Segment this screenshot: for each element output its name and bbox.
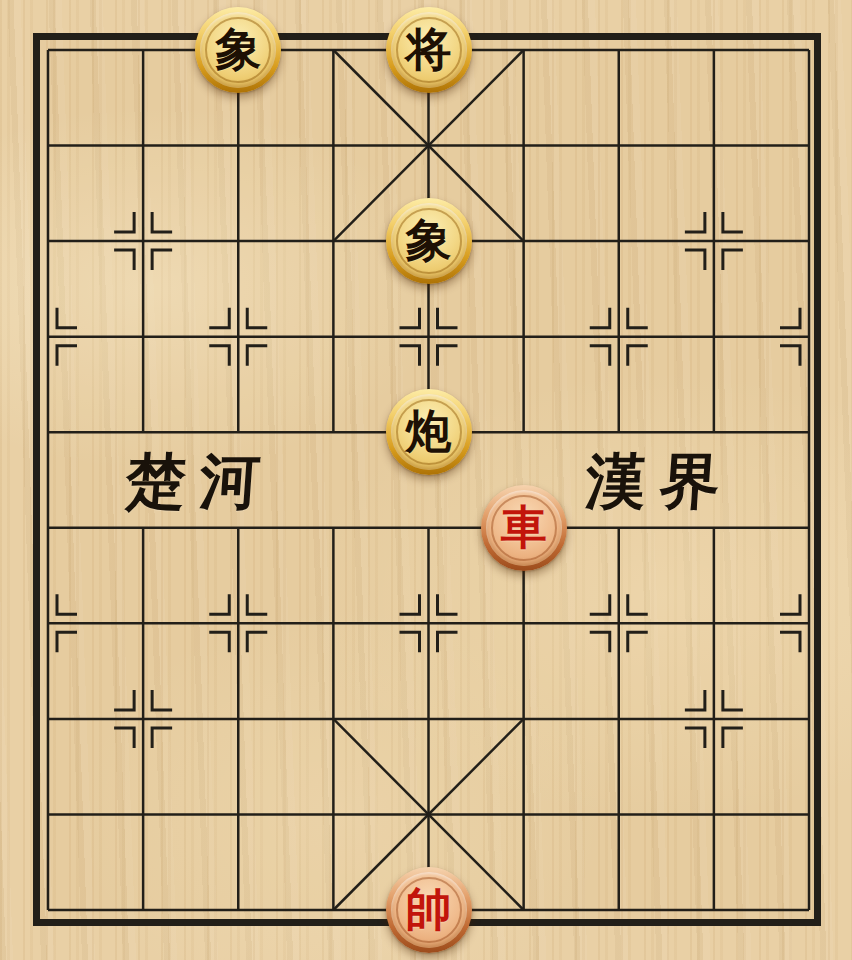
point-8-6[interactable] (762, 575, 852, 671)
point-6-2[interactable] (571, 193, 666, 289)
point-2-3[interactable] (191, 289, 286, 385)
point-8-7[interactable] (762, 671, 852, 767)
point-6-5[interactable] (571, 480, 666, 576)
point-1-9[interactable] (96, 862, 191, 958)
point-3-8[interactable] (286, 767, 381, 863)
point-0-1[interactable] (1, 98, 96, 194)
point-1-5[interactable] (96, 480, 191, 576)
point-8-9[interactable] (762, 862, 852, 958)
point-6-6[interactable] (571, 575, 666, 671)
piece-glyph: 象 (195, 7, 281, 93)
point-5-0[interactable] (476, 2, 571, 98)
point-0-6[interactable] (1, 575, 96, 671)
point-8-4[interactable] (762, 384, 852, 480)
xiangqi-board: 楚河 漢界 象将象炮車帥 (0, 0, 852, 960)
point-0-3[interactable] (1, 289, 96, 385)
point-1-8[interactable] (96, 767, 191, 863)
point-6-7[interactable] (571, 671, 666, 767)
point-2-2[interactable] (191, 193, 286, 289)
point-7-5[interactable] (666, 480, 761, 576)
point-3-9[interactable] (286, 862, 381, 958)
piece-black-general[interactable]: 将 (386, 7, 472, 93)
point-2-4[interactable] (191, 384, 286, 480)
point-5-3[interactable] (476, 289, 571, 385)
point-8-5[interactable] (762, 480, 852, 576)
point-7-4[interactable] (666, 384, 761, 480)
point-4-1[interactable] (381, 98, 476, 194)
point-7-8[interactable] (666, 767, 761, 863)
point-6-4[interactable] (571, 384, 666, 480)
point-3-6[interactable] (286, 575, 381, 671)
point-3-2[interactable] (286, 193, 381, 289)
point-1-4[interactable] (96, 384, 191, 480)
point-7-9[interactable] (666, 862, 761, 958)
point-3-7[interactable] (286, 671, 381, 767)
point-7-7[interactable] (666, 671, 761, 767)
point-1-6[interactable] (96, 575, 191, 671)
point-4-0[interactable]: 将 (381, 2, 476, 98)
point-2-1[interactable] (191, 98, 286, 194)
point-6-9[interactable] (571, 862, 666, 958)
point-2-0[interactable]: 象 (191, 2, 286, 98)
point-3-5[interactable] (286, 480, 381, 576)
piece-glyph: 炮 (386, 389, 472, 475)
piece-black-cannon[interactable]: 炮 (386, 389, 472, 475)
point-1-2[interactable] (96, 193, 191, 289)
point-2-6[interactable] (191, 575, 286, 671)
point-4-6[interactable] (381, 575, 476, 671)
point-8-3[interactable] (762, 289, 852, 385)
piece-red-chariot[interactable]: 車 (481, 485, 567, 571)
point-5-8[interactable] (476, 767, 571, 863)
point-0-5[interactable] (1, 480, 96, 576)
point-4-5[interactable] (381, 480, 476, 576)
point-6-8[interactable] (571, 767, 666, 863)
point-0-0[interactable] (1, 2, 96, 98)
piece-glyph: 帥 (386, 867, 472, 953)
point-4-2[interactable]: 象 (381, 193, 476, 289)
point-8-2[interactable] (762, 193, 852, 289)
piece-black-elephant[interactable]: 象 (386, 198, 472, 284)
point-5-9[interactable] (476, 862, 571, 958)
point-8-0[interactable] (762, 2, 852, 98)
point-4-7[interactable] (381, 671, 476, 767)
point-0-9[interactable] (1, 862, 96, 958)
piece-glyph: 車 (481, 485, 567, 571)
point-2-7[interactable] (191, 671, 286, 767)
point-3-1[interactable] (286, 98, 381, 194)
point-1-0[interactable] (96, 2, 191, 98)
point-7-1[interactable] (666, 98, 761, 194)
point-0-7[interactable] (1, 671, 96, 767)
point-7-2[interactable] (666, 193, 761, 289)
piece-black-elephant[interactable]: 象 (195, 7, 281, 93)
point-3-3[interactable] (286, 289, 381, 385)
point-6-1[interactable] (571, 98, 666, 194)
point-8-1[interactable] (762, 98, 852, 194)
point-7-3[interactable] (666, 289, 761, 385)
point-5-1[interactable] (476, 98, 571, 194)
point-6-3[interactable] (571, 289, 666, 385)
point-5-6[interactable] (476, 575, 571, 671)
point-5-5[interactable]: 車 (476, 480, 571, 576)
piece-glyph: 将 (386, 7, 472, 93)
point-4-3[interactable] (381, 289, 476, 385)
point-4-8[interactable] (381, 767, 476, 863)
point-7-0[interactable] (666, 2, 761, 98)
point-4-9[interactable]: 帥 (381, 862, 476, 958)
point-0-4[interactable] (1, 384, 96, 480)
point-2-5[interactable] (191, 480, 286, 576)
point-5-7[interactable] (476, 671, 571, 767)
point-2-9[interactable] (191, 862, 286, 958)
intersection-grid: 象将象炮車帥 (1, 2, 852, 957)
point-2-8[interactable] (191, 767, 286, 863)
point-4-4[interactable]: 炮 (381, 384, 476, 480)
point-5-2[interactable] (476, 193, 571, 289)
point-1-3[interactable] (96, 289, 191, 385)
point-8-8[interactable] (762, 767, 852, 863)
point-0-2[interactable] (1, 193, 96, 289)
point-3-4[interactable] (286, 384, 381, 480)
point-0-8[interactable] (1, 767, 96, 863)
point-5-4[interactable] (476, 384, 571, 480)
point-1-1[interactable] (96, 98, 191, 194)
piece-red-general[interactable]: 帥 (386, 867, 472, 953)
point-3-0[interactable] (286, 2, 381, 98)
point-1-7[interactable] (96, 671, 191, 767)
piece-glyph: 象 (386, 198, 472, 284)
point-7-6[interactable] (666, 575, 761, 671)
point-6-0[interactable] (571, 2, 666, 98)
